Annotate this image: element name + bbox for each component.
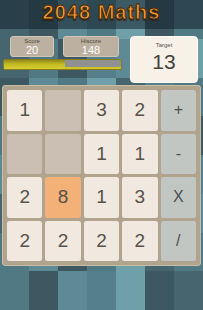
app-title: 2048 Maths — [0, 1, 203, 24]
tile-r4c2[interactable]: 2 — [45, 221, 80, 262]
game-board[interactable]: 132+11-2813X2222/ — [2, 85, 201, 266]
hiscore-value: 148 — [82, 45, 100, 56]
score-panel: Score 20 — [10, 36, 54, 57]
app-screen: 2048 Maths Score 20 Hiscore 148 Target 1… — [0, 0, 203, 310]
target-panel: Target 13 — [130, 36, 198, 83]
score-value: 20 — [26, 45, 38, 56]
target-value: 13 — [152, 51, 175, 72]
hiscore-label: Hiscore — [81, 38, 101, 44]
empty-cell-r1c2 — [45, 90, 80, 131]
background-tile — [145, 271, 174, 310]
tile-r4c1[interactable]: 2 — [7, 221, 42, 262]
operator-multiply-button[interactable]: X — [161, 177, 196, 218]
tile-r4c3[interactable]: 2 — [84, 221, 119, 262]
hiscore-panel: Hiscore 148 — [63, 36, 119, 57]
tile-r2c4[interactable]: 1 — [122, 134, 157, 175]
background-tile — [0, 271, 29, 310]
tile-r3c4[interactable]: 3 — [122, 177, 157, 218]
background-tile — [29, 271, 58, 310]
background-tile — [87, 271, 116, 310]
tile-r3c2[interactable]: 8 — [45, 177, 80, 218]
tile-r4c4[interactable]: 2 — [122, 221, 157, 262]
tile-r3c1[interactable]: 2 — [7, 177, 42, 218]
tile-r1c4[interactable]: 2 — [122, 90, 157, 131]
operator-divide-button[interactable]: / — [161, 221, 196, 262]
tile-r3c3[interactable]: 1 — [84, 177, 119, 218]
operator-plus-button[interactable]: + — [161, 90, 196, 131]
score-label: Score — [24, 38, 40, 44]
background-tile — [116, 271, 145, 310]
empty-cell-r2c1 — [7, 134, 42, 175]
operator-minus-button[interactable]: - — [161, 134, 196, 175]
background-tile — [58, 271, 87, 310]
background-tile — [174, 271, 203, 310]
progress-fill — [4, 60, 65, 69]
progress-bar — [3, 59, 122, 70]
empty-cell-r2c2 — [45, 134, 80, 175]
tile-r1c1[interactable]: 1 — [7, 90, 42, 131]
tile-r2c3[interactable]: 1 — [84, 134, 119, 175]
target-label: Target — [156, 42, 173, 48]
tile-r1c3[interactable]: 3 — [84, 90, 119, 131]
